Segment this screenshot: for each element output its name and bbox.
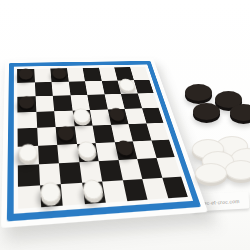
square-r2c3 — [52, 81, 71, 95]
loose-black-piece — [185, 84, 212, 101]
square-r5c2 — [37, 127, 57, 145]
square-r3c2 — [35, 96, 54, 112]
product-photo-scene: bec-et-croc.com — [0, 0, 250, 250]
square-r8c2 — [40, 184, 63, 208]
square-r7c1 — [18, 164, 40, 186]
white-piece — [18, 144, 37, 162]
square-r6c8 — [151, 139, 175, 158]
loose-white-piece — [195, 163, 227, 183]
square-r7c3 — [59, 162, 82, 183]
square-r3c8 — [137, 93, 158, 108]
square-r6c2 — [38, 144, 59, 164]
white-piece — [73, 108, 92, 123]
mat-inner-margin — [14, 64, 193, 213]
square-r8c3 — [61, 182, 85, 205]
square-r1c1 — [17, 69, 34, 83]
loose-black-piece — [230, 104, 251, 121]
square-r6c1 — [18, 145, 39, 165]
square-r1c8 — [130, 67, 149, 80]
black-piece — [57, 126, 74, 141]
black-piece — [116, 140, 135, 156]
square-r4c1 — [17, 111, 36, 128]
brand-tag-label: bec-et-croc.com — [200, 197, 239, 205]
square-r1c2 — [34, 69, 52, 83]
square-r2c2 — [34, 82, 52, 97]
loose-black-piece — [193, 103, 220, 120]
black-piece — [109, 108, 126, 121]
checkers-mat — [1, 58, 208, 228]
square-r5c8 — [146, 123, 169, 140]
square-r2c1 — [17, 82, 35, 97]
black-piece — [19, 96, 34, 109]
square-r8c1 — [18, 185, 41, 209]
square-r4c2 — [36, 111, 56, 128]
black-piece — [52, 68, 67, 79]
square-r4c3 — [54, 110, 74, 127]
checkers-board — [17, 67, 188, 209]
square-r1c3 — [50, 68, 68, 81]
square-r3c3 — [53, 95, 72, 111]
white-piece — [40, 182, 61, 204]
square-r5c3 — [56, 126, 77, 144]
square-r4c8 — [142, 107, 164, 123]
loose-white-piece — [225, 160, 250, 180]
black-piece — [19, 68, 33, 79]
mat-blue-border — [7, 61, 201, 222]
white-piece — [82, 179, 104, 200]
square-r3c1 — [17, 96, 36, 112]
white-piece — [77, 141, 97, 159]
square-r6c3 — [57, 144, 79, 164]
square-r2c8 — [133, 80, 153, 94]
